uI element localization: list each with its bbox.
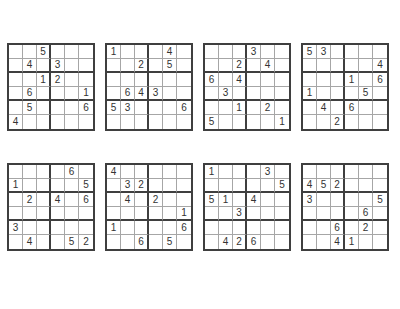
cell-given: 6 (205, 73, 219, 87)
cell-empty[interactable] (317, 235, 331, 249)
cell-given: 5 (65, 235, 79, 249)
cell-empty[interactable] (51, 207, 65, 221)
cell-empty[interactable] (303, 207, 317, 221)
cell-given: 6 (177, 101, 191, 115)
cell-given: 1 (107, 45, 121, 59)
sudoku-grid: 5341615462 (301, 43, 389, 131)
cell-given: 2 (331, 179, 345, 193)
cell-empty[interactable] (247, 59, 261, 73)
cell-empty[interactable] (163, 193, 177, 207)
cell-empty[interactable] (303, 165, 317, 179)
cell-empty[interactable] (317, 221, 331, 235)
cell-empty[interactable] (9, 235, 23, 249)
cell-given: 5 (359, 87, 373, 101)
sudoku-grid: 5431261564 (7, 43, 95, 131)
cell-empty[interactable] (107, 235, 121, 249)
cell-empty[interactable] (177, 193, 191, 207)
cell-given: 5 (163, 59, 177, 73)
cell-empty[interactable] (79, 221, 93, 235)
cell-empty[interactable] (9, 101, 23, 115)
cell-empty[interactable] (51, 45, 65, 59)
cell-given: 5 (205, 193, 219, 207)
cell-empty[interactable] (37, 221, 51, 235)
cell-empty[interactable] (149, 115, 163, 129)
cell-given: 4 (233, 73, 247, 87)
cell-empty[interactable] (177, 45, 191, 59)
cell-empty[interactable] (177, 59, 191, 73)
cell-empty[interactable] (303, 101, 317, 115)
cell-empty[interactable] (37, 235, 51, 249)
cell-empty[interactable] (317, 207, 331, 221)
cell-empty[interactable] (51, 221, 65, 235)
cell-empty[interactable] (247, 207, 261, 221)
cell-empty[interactable] (219, 115, 233, 129)
cell-empty[interactable] (37, 179, 51, 193)
cell-given: 4 (135, 87, 149, 101)
cell-empty[interactable] (121, 73, 135, 87)
cell-empty[interactable] (261, 115, 275, 129)
cell-empty[interactable] (275, 101, 289, 115)
cell-empty[interactable] (107, 179, 121, 193)
cell-empty[interactable] (331, 207, 345, 221)
cell-given: 6 (247, 235, 261, 249)
cell-empty[interactable] (65, 73, 79, 87)
cell-empty[interactable] (331, 101, 345, 115)
cell-given: 3 (9, 221, 23, 235)
cell-empty[interactable] (275, 235, 289, 249)
cell-given: 5 (317, 179, 331, 193)
cell-empty[interactable] (261, 207, 275, 221)
cell-given: 4 (9, 115, 23, 129)
cell-empty[interactable] (51, 101, 65, 115)
cell-empty[interactable] (37, 87, 51, 101)
cell-empty[interactable] (233, 179, 247, 193)
cell-empty[interactable] (37, 101, 51, 115)
cell-empty[interactable] (303, 221, 317, 235)
cell-empty[interactable] (345, 193, 359, 207)
cell-empty[interactable] (219, 45, 233, 59)
puzzle-sheet: 5431261564 1425643536 3246431251 5341615… (0, 0, 400, 309)
cell-empty[interactable] (359, 179, 373, 193)
cell-empty[interactable] (149, 73, 163, 87)
cell-given: 5 (275, 179, 289, 193)
cell-given: 4 (261, 59, 275, 73)
cell-empty[interactable] (107, 87, 121, 101)
cell-empty[interactable] (219, 59, 233, 73)
cell-given: 6 (65, 165, 79, 179)
cell-empty[interactable] (9, 87, 23, 101)
cell-given: 1 (205, 165, 219, 179)
cell-empty[interactable] (9, 165, 23, 179)
sudoku-grid: 3246431251 (203, 43, 291, 131)
cell-given: 1 (303, 87, 317, 101)
cell-empty[interactable] (345, 221, 359, 235)
cell-given: 6 (135, 235, 149, 249)
cell-empty[interactable] (79, 59, 93, 73)
cell-empty[interactable] (121, 45, 135, 59)
cell-empty[interactable] (303, 235, 317, 249)
cell-empty[interactable] (303, 59, 317, 73)
cell-empty[interactable] (79, 207, 93, 221)
cell-empty[interactable] (23, 115, 37, 129)
cell-given: 5 (107, 101, 121, 115)
cell-empty[interactable] (177, 87, 191, 101)
cell-empty[interactable] (51, 165, 65, 179)
cell-given: 2 (51, 73, 65, 87)
cell-empty[interactable] (359, 45, 373, 59)
cell-given: 6 (79, 193, 93, 207)
sudoku-grid: 1425643536 (105, 43, 193, 131)
cell-empty[interactable] (163, 179, 177, 193)
cell-empty[interactable] (205, 59, 219, 73)
cell-empty[interactable] (331, 87, 345, 101)
cell-given: 5 (37, 45, 51, 59)
cell-empty[interactable] (331, 193, 345, 207)
cell-empty[interactable] (317, 165, 331, 179)
cell-empty[interactable] (275, 193, 289, 207)
cell-given: 4 (303, 179, 317, 193)
cell-empty[interactable] (107, 193, 121, 207)
cell-empty[interactable] (23, 179, 37, 193)
cell-empty[interactable] (331, 73, 345, 87)
cell-empty[interactable] (247, 115, 261, 129)
cell-empty[interactable] (163, 87, 177, 101)
cell-empty[interactable] (149, 221, 163, 235)
cell-given: 4 (23, 235, 37, 249)
cell-empty[interactable] (65, 101, 79, 115)
cell-empty[interactable] (51, 235, 65, 249)
cell-empty[interactable] (23, 207, 37, 221)
cell-empty[interactable] (261, 73, 275, 87)
cell-empty[interactable] (359, 115, 373, 129)
cell-empty[interactable] (373, 45, 387, 59)
cell-given: 4 (247, 193, 261, 207)
cell-empty[interactable] (359, 73, 373, 87)
cell-empty[interactable] (149, 101, 163, 115)
cell-empty[interactable] (317, 193, 331, 207)
cell-empty[interactable] (359, 193, 373, 207)
cell-empty[interactable] (177, 115, 191, 129)
cell-empty[interactable] (65, 115, 79, 129)
cell-empty[interactable] (205, 179, 219, 193)
cell-empty[interactable] (345, 207, 359, 221)
cell-empty[interactable] (177, 179, 191, 193)
cell-empty[interactable] (345, 45, 359, 59)
cell-empty[interactable] (135, 115, 149, 129)
cell-empty[interactable] (65, 45, 79, 59)
cell-given: 1 (275, 115, 289, 129)
cell-empty[interactable] (177, 73, 191, 87)
cell-empty[interactable] (163, 221, 177, 235)
cell-empty[interactable] (345, 179, 359, 193)
cell-empty[interactable] (219, 207, 233, 221)
cell-empty[interactable] (65, 59, 79, 73)
cell-given: 1 (37, 73, 51, 87)
cell-given: 3 (149, 87, 163, 101)
cell-empty[interactable] (79, 165, 93, 179)
cell-empty[interactable] (331, 45, 345, 59)
cell-empty[interactable] (51, 115, 65, 129)
cell-empty[interactable] (275, 45, 289, 59)
cell-empty[interactable] (51, 87, 65, 101)
cell-empty[interactable] (359, 165, 373, 179)
cell-empty[interactable] (359, 59, 373, 73)
cell-empty[interactable] (373, 87, 387, 101)
cell-given: 6 (177, 221, 191, 235)
cell-given: 2 (149, 193, 163, 207)
sudoku-grid: 4523566241 (301, 163, 389, 251)
cell-given: 2 (135, 179, 149, 193)
cell-empty[interactable] (121, 221, 135, 235)
cell-empty[interactable] (37, 59, 51, 73)
cell-empty[interactable] (107, 207, 121, 221)
puzzle-row-bottom: 6152463452 4324211665 1355143426 4523566… (7, 163, 389, 251)
cell-empty[interactable] (135, 193, 149, 207)
cell-empty[interactable] (205, 45, 219, 59)
cell-empty[interactable] (205, 87, 219, 101)
cell-given: 4 (121, 193, 135, 207)
cell-empty[interactable] (205, 101, 219, 115)
cell-given: 6 (373, 73, 387, 87)
cell-given: 5 (303, 45, 317, 59)
cell-empty[interactable] (149, 59, 163, 73)
cell-given: 6 (359, 207, 373, 221)
cell-given: 2 (233, 59, 247, 73)
cell-given: 4 (163, 45, 177, 59)
cell-empty[interactable] (345, 115, 359, 129)
cell-empty[interactable] (345, 165, 359, 179)
cell-empty[interactable] (79, 73, 93, 87)
cell-empty[interactable] (373, 179, 387, 193)
cell-empty[interactable] (65, 207, 79, 221)
cell-empty[interactable] (275, 207, 289, 221)
cell-empty[interactable] (275, 73, 289, 87)
cell-empty[interactable] (275, 221, 289, 235)
cell-empty[interactable] (205, 221, 219, 235)
cell-empty[interactable] (345, 87, 359, 101)
cell-empty[interactable] (359, 235, 373, 249)
cell-empty[interactable] (23, 221, 37, 235)
cell-empty[interactable] (163, 73, 177, 87)
cell-empty[interactable] (135, 45, 149, 59)
cell-given: 2 (23, 193, 37, 207)
cell-empty[interactable] (121, 165, 135, 179)
cell-empty[interactable] (233, 193, 247, 207)
cell-given: 3 (121, 179, 135, 193)
cell-empty[interactable] (205, 207, 219, 221)
cell-given: 2 (135, 59, 149, 73)
cell-given: 1 (9, 179, 23, 193)
cell-empty[interactable] (37, 165, 51, 179)
cell-empty[interactable] (261, 45, 275, 59)
cell-given: 3 (247, 45, 261, 59)
cell-given: 5 (205, 115, 219, 129)
cell-empty[interactable] (247, 179, 261, 193)
cell-empty[interactable] (177, 235, 191, 249)
cell-empty[interactable] (373, 101, 387, 115)
cell-empty[interactable] (135, 165, 149, 179)
cell-empty[interactable] (317, 73, 331, 87)
cell-empty[interactable] (149, 179, 163, 193)
cell-given: 3 (233, 207, 247, 221)
sudoku-grid: 1355143426 (203, 163, 291, 251)
cell-empty[interactable] (51, 179, 65, 193)
sudoku-grid: 4324211665 (105, 163, 193, 251)
cell-empty[interactable] (373, 115, 387, 129)
cell-empty[interactable] (9, 193, 23, 207)
cell-empty[interactable] (163, 207, 177, 221)
cell-empty[interactable] (121, 235, 135, 249)
cell-empty[interactable] (23, 165, 37, 179)
cell-given: 1 (345, 235, 359, 249)
cell-empty[interactable] (261, 193, 275, 207)
cell-empty[interactable] (219, 73, 233, 87)
cell-empty[interactable] (261, 221, 275, 235)
cell-given: 1 (345, 73, 359, 87)
cell-empty[interactable] (317, 87, 331, 101)
cell-empty[interactable] (149, 235, 163, 249)
cell-empty[interactable] (135, 221, 149, 235)
cell-empty[interactable] (317, 59, 331, 73)
cell-empty[interactable] (275, 59, 289, 73)
cell-given: 4 (23, 59, 37, 73)
cell-empty[interactable] (149, 207, 163, 221)
cell-empty[interactable] (331, 165, 345, 179)
cell-given: 6 (121, 87, 135, 101)
cell-empty[interactable] (345, 59, 359, 73)
cell-empty[interactable] (9, 45, 23, 59)
cell-given: 2 (233, 235, 247, 249)
cell-empty[interactable] (205, 235, 219, 249)
cell-empty[interactable] (247, 221, 261, 235)
cell-empty[interactable] (79, 115, 93, 129)
cell-empty[interactable] (247, 73, 261, 87)
cell-empty[interactable] (233, 115, 247, 129)
cell-empty[interactable] (149, 165, 163, 179)
cell-empty[interactable] (261, 179, 275, 193)
cell-empty[interactable] (219, 221, 233, 235)
cell-empty[interactable] (275, 165, 289, 179)
cell-empty[interactable] (275, 87, 289, 101)
cell-given: 6 (23, 87, 37, 101)
cell-empty[interactable] (79, 45, 93, 59)
cell-empty[interactable] (37, 115, 51, 129)
sudoku-grid: 6152463452 (7, 163, 95, 251)
cell-given: 3 (219, 87, 233, 101)
cell-given: 6 (79, 101, 93, 115)
cell-given: 3 (303, 193, 317, 207)
cell-empty[interactable] (23, 73, 37, 87)
cell-empty[interactable] (163, 165, 177, 179)
cell-given: 1 (177, 207, 191, 221)
cell-empty[interactable] (247, 165, 261, 179)
cell-empty[interactable] (37, 193, 51, 207)
cell-empty[interactable] (177, 165, 191, 179)
cell-given: 4 (373, 59, 387, 73)
cell-empty[interactable] (261, 87, 275, 101)
cell-empty[interactable] (9, 207, 23, 221)
cell-given: 4 (107, 165, 121, 179)
cell-given: 1 (79, 87, 93, 101)
cell-empty[interactable] (9, 59, 23, 73)
cell-empty[interactable] (261, 235, 275, 249)
cell-given: 2 (261, 101, 275, 115)
cell-empty[interactable] (303, 73, 317, 87)
cell-empty[interactable] (233, 221, 247, 235)
cell-empty[interactable] (163, 101, 177, 115)
cell-given: 4 (219, 235, 233, 249)
cell-given: 3 (317, 45, 331, 59)
cell-given: 3 (121, 101, 135, 115)
cell-empty[interactable] (65, 193, 79, 207)
cell-empty[interactable] (121, 115, 135, 129)
cell-empty[interactable] (107, 59, 121, 73)
cell-given: 6 (331, 221, 345, 235)
cell-empty[interactable] (219, 101, 233, 115)
cell-given: 4 (317, 101, 331, 115)
cell-empty[interactable] (121, 59, 135, 73)
cell-empty[interactable] (373, 221, 387, 235)
cell-empty[interactable] (331, 59, 345, 73)
cell-given: 1 (233, 101, 247, 115)
cell-given: 1 (219, 193, 233, 207)
cell-empty[interactable] (135, 73, 149, 87)
cell-empty[interactable] (9, 73, 23, 87)
cell-given: 3 (261, 165, 275, 179)
cell-empty[interactable] (65, 179, 79, 193)
cell-given: 2 (331, 115, 345, 129)
cell-empty[interactable] (303, 115, 317, 129)
cell-given: 4 (51, 193, 65, 207)
cell-given: 1 (107, 221, 121, 235)
cell-given: 4 (331, 235, 345, 249)
cell-empty[interactable] (359, 101, 373, 115)
cell-empty[interactable] (233, 165, 247, 179)
cell-empty[interactable] (135, 207, 149, 221)
cell-given: 3 (51, 59, 65, 73)
cell-empty[interactable] (247, 87, 261, 101)
cell-empty[interactable] (107, 73, 121, 87)
cell-empty[interactable] (247, 101, 261, 115)
cell-empty[interactable] (219, 179, 233, 193)
cell-empty[interactable] (233, 45, 247, 59)
cell-given: 5 (23, 101, 37, 115)
cell-empty[interactable] (373, 235, 387, 249)
cell-empty[interactable] (317, 115, 331, 129)
cell-empty[interactable] (23, 45, 37, 59)
cell-empty[interactable] (37, 207, 51, 221)
cell-given: 2 (359, 221, 373, 235)
cell-given: 6 (345, 101, 359, 115)
cell-empty[interactable] (65, 87, 79, 101)
cell-empty[interactable] (373, 207, 387, 221)
cell-given: 5 (79, 179, 93, 193)
cell-empty[interactable] (219, 165, 233, 179)
cell-given: 5 (163, 235, 177, 249)
cell-given: 2 (79, 235, 93, 249)
cell-given: 5 (373, 193, 387, 207)
puzzle-row-top: 5431261564 1425643536 3246431251 5341615… (7, 43, 389, 131)
cell-empty[interactable] (65, 221, 79, 235)
cell-empty[interactable] (149, 45, 163, 59)
cell-empty[interactable] (373, 165, 387, 179)
cell-empty[interactable] (163, 115, 177, 129)
cell-empty[interactable] (121, 207, 135, 221)
cell-empty[interactable] (107, 115, 121, 129)
cell-empty[interactable] (233, 87, 247, 101)
cell-empty[interactable] (135, 101, 149, 115)
